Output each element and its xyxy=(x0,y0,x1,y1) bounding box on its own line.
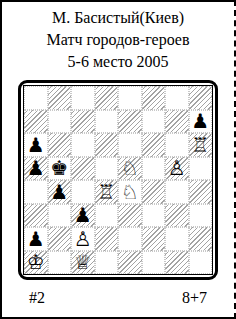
event-line: Матч городов-героев xyxy=(2,29,234,51)
square-a5: ♟ xyxy=(24,157,48,181)
white-pawn: ♙ xyxy=(74,229,92,249)
square-g3 xyxy=(165,204,189,228)
square-e2 xyxy=(118,227,142,251)
square-d5 xyxy=(95,157,119,181)
stipulation-label: #2 xyxy=(29,289,45,307)
black-pawn: ♟ xyxy=(74,205,92,225)
square-b5: ♚ xyxy=(48,157,72,181)
white-pawn: ♙ xyxy=(168,158,186,178)
piece-count-label: 8+7 xyxy=(182,289,207,307)
square-c6 xyxy=(71,133,95,157)
square-h2 xyxy=(189,227,213,251)
square-h7: ♟ xyxy=(189,110,213,134)
square-h8 xyxy=(189,86,213,110)
square-e4: ♘ xyxy=(118,180,142,204)
square-g6 xyxy=(165,133,189,157)
square-h5 xyxy=(189,157,213,181)
board-frame: ♟♟♖♟♚♘♙♟♖♘♟♟♙♔♕ xyxy=(18,80,218,280)
square-a1: ♔ xyxy=(24,251,48,275)
square-d1 xyxy=(95,251,119,275)
square-e8 xyxy=(118,86,142,110)
square-f2 xyxy=(142,227,166,251)
square-b4: ♟ xyxy=(48,180,72,204)
black-pawn: ♟ xyxy=(27,229,45,249)
square-b6 xyxy=(48,133,72,157)
square-d6 xyxy=(95,133,119,157)
problem-header: М. Басистый(Киев) Матч городов-героев 5-… xyxy=(2,2,234,73)
square-d2 xyxy=(95,227,119,251)
author-line: М. Басистый(Киев) xyxy=(2,7,234,29)
square-g4 xyxy=(165,180,189,204)
square-b2 xyxy=(48,227,72,251)
square-f3 xyxy=(142,204,166,228)
square-b1 xyxy=(48,251,72,275)
square-e1 xyxy=(118,251,142,275)
square-f8 xyxy=(142,86,166,110)
square-c8 xyxy=(71,86,95,110)
square-c5 xyxy=(71,157,95,181)
black-pawn: ♟ xyxy=(27,135,45,155)
square-d3 xyxy=(95,204,119,228)
square-b8 xyxy=(48,86,72,110)
square-a3 xyxy=(24,204,48,228)
square-g8 xyxy=(165,86,189,110)
square-b3 xyxy=(48,204,72,228)
square-g7 xyxy=(165,110,189,134)
square-g1 xyxy=(165,251,189,275)
square-c1: ♕ xyxy=(71,251,95,275)
square-h4 xyxy=(189,180,213,204)
white-rook: ♖ xyxy=(191,135,209,155)
square-d8 xyxy=(95,86,119,110)
square-g2 xyxy=(165,227,189,251)
square-e3 xyxy=(118,204,142,228)
white-knight: ♘ xyxy=(121,182,139,202)
black-pawn: ♟ xyxy=(191,111,209,131)
square-f7 xyxy=(142,110,166,134)
square-b7 xyxy=(48,110,72,134)
chess-board: ♟♟♖♟♚♘♙♟♖♘♟♟♙♔♕ xyxy=(24,86,212,274)
square-a6: ♟ xyxy=(24,133,48,157)
square-f6 xyxy=(142,133,166,157)
black-pawn: ♟ xyxy=(27,158,45,178)
white-king: ♔ xyxy=(27,252,45,272)
square-c7 xyxy=(71,110,95,134)
square-f1 xyxy=(142,251,166,275)
board-area: ♟♟♖♟♚♘♙♟♖♘♟♟♙♔♕ xyxy=(18,80,218,280)
occasion-line: 5-6 место 2005 xyxy=(2,51,234,73)
square-c2: ♙ xyxy=(71,227,95,251)
square-d4: ♖ xyxy=(95,180,119,204)
square-h1 xyxy=(189,251,213,275)
square-h6: ♖ xyxy=(189,133,213,157)
square-a8 xyxy=(24,86,48,110)
square-g5: ♙ xyxy=(165,157,189,181)
square-a4 xyxy=(24,180,48,204)
black-pawn: ♟ xyxy=(50,182,68,202)
problem-footer: #2 8+7 xyxy=(2,289,234,307)
white-queen: ♕ xyxy=(74,252,92,272)
problem-card: М. Басистый(Киев) Матч городов-героев 5-… xyxy=(0,0,236,319)
square-c4 xyxy=(71,180,95,204)
square-a2: ♟ xyxy=(24,227,48,251)
square-f5 xyxy=(142,157,166,181)
square-h3 xyxy=(189,204,213,228)
square-e5: ♘ xyxy=(118,157,142,181)
square-e7 xyxy=(118,110,142,134)
square-d7 xyxy=(95,110,119,134)
black-king: ♚ xyxy=(50,158,68,178)
white-knight: ♘ xyxy=(121,158,139,178)
square-e6 xyxy=(118,133,142,157)
square-c3: ♟ xyxy=(71,204,95,228)
white-rook: ♖ xyxy=(97,182,115,202)
square-f4 xyxy=(142,180,166,204)
square-a7 xyxy=(24,110,48,134)
board-inner-border: ♟♟♖♟♚♘♙♟♖♘♟♟♙♔♕ xyxy=(23,85,213,275)
